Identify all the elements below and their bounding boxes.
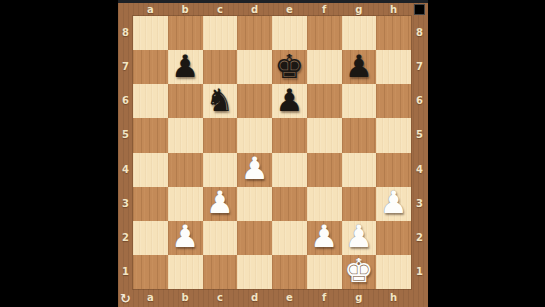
rank-label-left-5: 5 bbox=[118, 118, 133, 152]
square-b7[interactable]: ♟ bbox=[168, 50, 203, 84]
square-d1[interactable] bbox=[237, 255, 272, 289]
square-c3[interactable]: ♟ bbox=[203, 187, 238, 221]
square-e2[interactable] bbox=[272, 221, 307, 255]
square-e4[interactable] bbox=[272, 153, 307, 187]
square-c8[interactable] bbox=[203, 16, 238, 50]
file-labels-bottom: abcdefgh bbox=[133, 289, 411, 307]
board-corner-bottom-right bbox=[411, 289, 428, 307]
square-a5[interactable] bbox=[133, 118, 168, 152]
piece-black-pawn-g7[interactable]: ♟ bbox=[345, 51, 373, 82]
rank-label-left-4: 4 bbox=[118, 153, 133, 187]
square-a8[interactable] bbox=[133, 16, 168, 50]
square-c5[interactable] bbox=[203, 118, 238, 152]
square-d8[interactable] bbox=[237, 16, 272, 50]
board-corner-bottom-left: ↻ bbox=[118, 289, 133, 307]
square-e7[interactable]: ♚ bbox=[272, 50, 307, 84]
piece-white-king-g1[interactable]: ♚ bbox=[344, 254, 374, 287]
rank-labels-right: 87654321 bbox=[411, 16, 428, 289]
square-g1[interactable]: ♚ bbox=[342, 255, 377, 289]
file-label-top-f: f bbox=[307, 3, 342, 16]
square-c4[interactable] bbox=[203, 153, 238, 187]
square-d7[interactable] bbox=[237, 50, 272, 84]
file-label-top-h: h bbox=[376, 3, 411, 16]
rank-label-right-7: 7 bbox=[411, 50, 428, 84]
file-label-bottom-d: d bbox=[237, 289, 272, 307]
square-b4[interactable] bbox=[168, 153, 203, 187]
square-c1[interactable] bbox=[203, 255, 238, 289]
file-label-bottom-h: h bbox=[376, 289, 411, 307]
file-label-top-d: d bbox=[237, 3, 272, 16]
square-b1[interactable] bbox=[168, 255, 203, 289]
square-e3[interactable] bbox=[272, 187, 307, 221]
piece-white-pawn-c3[interactable]: ♟ bbox=[206, 187, 234, 218]
square-h4[interactable] bbox=[376, 153, 411, 187]
square-b5[interactable] bbox=[168, 118, 203, 152]
square-d6[interactable] bbox=[237, 84, 272, 118]
file-label-bottom-c: c bbox=[203, 289, 238, 307]
square-f1[interactable] bbox=[307, 255, 342, 289]
piece-white-pawn-h3[interactable]: ♟ bbox=[380, 187, 408, 218]
black-to-move-indicator bbox=[414, 4, 425, 15]
square-h6[interactable] bbox=[376, 84, 411, 118]
square-g4[interactable] bbox=[342, 153, 377, 187]
square-c2[interactable] bbox=[203, 221, 238, 255]
square-d5[interactable] bbox=[237, 118, 272, 152]
board-squares: ♟♚♟♞♟♟♟♟♟♟♟♚ bbox=[133, 16, 411, 289]
square-g3[interactable] bbox=[342, 187, 377, 221]
piece-white-pawn-f2[interactable]: ♟ bbox=[310, 221, 338, 252]
square-a4[interactable] bbox=[133, 153, 168, 187]
video-frame: abcdefgh 87654321 ♟♚♟♞♟♟♟♟♟♟♟♚ 87654321 … bbox=[0, 0, 545, 307]
square-h5[interactable] bbox=[376, 118, 411, 152]
rank-label-left-3: 3 bbox=[118, 187, 133, 221]
square-g6[interactable] bbox=[342, 84, 377, 118]
file-labels-top: abcdefgh bbox=[133, 3, 411, 16]
square-b6[interactable] bbox=[168, 84, 203, 118]
square-g2[interactable]: ♟ bbox=[342, 221, 377, 255]
piece-black-king-e7[interactable]: ♚ bbox=[275, 50, 305, 83]
square-h8[interactable] bbox=[376, 16, 411, 50]
square-e8[interactable] bbox=[272, 16, 307, 50]
square-f7[interactable] bbox=[307, 50, 342, 84]
square-e1[interactable] bbox=[272, 255, 307, 289]
square-h3[interactable]: ♟ bbox=[376, 187, 411, 221]
file-label-bottom-g: g bbox=[342, 289, 377, 307]
square-g8[interactable] bbox=[342, 16, 377, 50]
piece-white-pawn-g2[interactable]: ♟ bbox=[345, 221, 373, 252]
piece-black-knight-c6[interactable]: ♞ bbox=[206, 85, 234, 116]
square-d3[interactable] bbox=[237, 187, 272, 221]
square-e5[interactable] bbox=[272, 118, 307, 152]
square-b3[interactable] bbox=[168, 187, 203, 221]
square-h2[interactable] bbox=[376, 221, 411, 255]
square-d2[interactable] bbox=[237, 221, 272, 255]
square-f5[interactable] bbox=[307, 118, 342, 152]
file-label-top-e: e bbox=[272, 3, 307, 16]
square-g7[interactable]: ♟ bbox=[342, 50, 377, 84]
square-f6[interactable] bbox=[307, 84, 342, 118]
board-corner-top-right bbox=[411, 3, 428, 16]
chess-board: abcdefgh 87654321 ♟♚♟♞♟♟♟♟♟♟♟♚ 87654321 … bbox=[118, 3, 428, 307]
square-h7[interactable] bbox=[376, 50, 411, 84]
square-f3[interactable] bbox=[307, 187, 342, 221]
piece-black-pawn-b7[interactable]: ♟ bbox=[171, 51, 199, 82]
square-h1[interactable] bbox=[376, 255, 411, 289]
rank-label-right-5: 5 bbox=[411, 118, 428, 152]
square-d4[interactable]: ♟ bbox=[237, 153, 272, 187]
rank-label-left-2: 2 bbox=[118, 221, 133, 255]
piece-white-pawn-b2[interactable]: ♟ bbox=[171, 221, 199, 252]
rank-label-right-1: 1 bbox=[411, 255, 428, 289]
square-f2[interactable]: ♟ bbox=[307, 221, 342, 255]
rank-label-right-6: 6 bbox=[411, 84, 428, 118]
file-label-top-c: c bbox=[203, 3, 238, 16]
square-b2[interactable]: ♟ bbox=[168, 221, 203, 255]
rank-label-left-8: 8 bbox=[118, 16, 133, 50]
rank-label-left-1: 1 bbox=[118, 255, 133, 289]
square-a3[interactable] bbox=[133, 187, 168, 221]
flip-board-icon[interactable]: ↻ bbox=[120, 292, 131, 305]
rank-label-right-8: 8 bbox=[411, 16, 428, 50]
rank-label-right-2: 2 bbox=[411, 221, 428, 255]
piece-white-pawn-d4[interactable]: ♟ bbox=[241, 153, 269, 184]
file-label-bottom-b: b bbox=[168, 289, 203, 307]
square-c6[interactable]: ♞ bbox=[203, 84, 238, 118]
square-e6[interactable]: ♟ bbox=[272, 84, 307, 118]
file-label-bottom-f: f bbox=[307, 289, 342, 307]
square-g5[interactable] bbox=[342, 118, 377, 152]
square-c7[interactable] bbox=[203, 50, 238, 84]
file-label-bottom-a: a bbox=[133, 289, 168, 307]
file-label-top-a: a bbox=[133, 3, 168, 16]
rank-label-left-6: 6 bbox=[118, 84, 133, 118]
file-label-top-b: b bbox=[168, 3, 203, 16]
piece-black-pawn-e6[interactable]: ♟ bbox=[275, 85, 303, 116]
rank-label-right-3: 3 bbox=[411, 187, 428, 221]
file-label-bottom-e: e bbox=[272, 289, 307, 307]
square-a1[interactable] bbox=[133, 255, 168, 289]
square-f4[interactable] bbox=[307, 153, 342, 187]
square-f8[interactable] bbox=[307, 16, 342, 50]
file-label-top-g: g bbox=[342, 3, 377, 16]
rank-label-left-7: 7 bbox=[118, 50, 133, 84]
board-corner-top-left bbox=[118, 3, 133, 16]
square-b8[interactable] bbox=[168, 16, 203, 50]
square-a7[interactable] bbox=[133, 50, 168, 84]
square-a6[interactable] bbox=[133, 84, 168, 118]
square-a2[interactable] bbox=[133, 221, 168, 255]
rank-labels-left: 87654321 bbox=[118, 16, 133, 289]
rank-label-right-4: 4 bbox=[411, 153, 428, 187]
